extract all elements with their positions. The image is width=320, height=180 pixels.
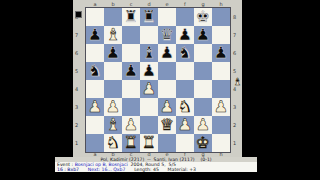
square-g7: ♟ xyxy=(194,26,212,44)
square-f5 xyxy=(176,62,194,80)
black-pawn: ♟ xyxy=(88,26,102,44)
white-knight: ♞ xyxy=(106,134,120,152)
square-b6: ♟ xyxy=(104,44,122,62)
white-knight: ♞ xyxy=(178,98,192,116)
square-a8 xyxy=(86,8,104,26)
coordinate-label: h xyxy=(212,0,230,8)
square-c4 xyxy=(122,80,140,98)
square-h7 xyxy=(212,26,230,44)
square-d2 xyxy=(140,116,158,134)
white-pawn: ♟ xyxy=(106,98,120,116)
square-d3 xyxy=(140,98,158,116)
text-segment: Material: +3 xyxy=(159,167,196,172)
square-e3: ♟ xyxy=(158,98,176,116)
black-to-move-indicator xyxy=(75,11,82,18)
coordinate-label: 6 xyxy=(232,44,243,62)
material-advantage-bishop-icon: ♝ xyxy=(233,76,242,88)
square-a4 xyxy=(86,80,104,98)
square-a5: ♞ xyxy=(86,62,104,80)
rank-labels-left: 87654321 xyxy=(74,8,85,152)
white-pawn: ♟ xyxy=(142,80,156,98)
square-c6 xyxy=(122,44,140,62)
square-e6: ♟ xyxy=(158,44,176,62)
square-g1: ♚ xyxy=(194,134,212,152)
text-segment: Next: 16... Qxb7 xyxy=(79,167,125,172)
white-pawn: ♟ xyxy=(88,98,102,116)
file-labels-top: abcdefgh xyxy=(86,0,230,8)
square-d1: ♜ xyxy=(140,134,158,152)
diagram-panel: abcdefgh abcdefgh 87654321 87654321 ♜♜♚♟… xyxy=(73,0,242,157)
black-pawn: ♟ xyxy=(124,62,138,80)
square-c5: ♟ xyxy=(122,62,140,80)
square-d6: ♝ xyxy=(140,44,158,62)
square-g8: ♚ xyxy=(194,8,212,26)
game-info-bar: Pol, Kadimir (2217) -- Santi, Ivan (2117… xyxy=(55,157,257,172)
square-e5 xyxy=(158,62,176,80)
square-h6: ♟ xyxy=(212,44,230,62)
white-queen: ♛ xyxy=(160,116,174,134)
coordinate-label: f xyxy=(176,0,194,8)
coordinate-label: 2 xyxy=(74,116,85,134)
square-b1: ♞ xyxy=(104,134,122,152)
video-frame: abcdefgh abcdefgh 87654321 87654321 ♜♜♚♟… xyxy=(0,0,320,180)
white-pawn: ♟ xyxy=(160,98,174,116)
square-a7: ♟ xyxy=(86,26,104,44)
square-f3: ♞ xyxy=(176,98,194,116)
square-g5 xyxy=(194,62,212,80)
square-b3: ♟ xyxy=(104,98,122,116)
square-f4 xyxy=(176,80,194,98)
black-pawn: ♟ xyxy=(106,44,120,62)
coordinate-label: 5 xyxy=(74,62,85,80)
square-g4 xyxy=(194,80,212,98)
coordinate-label: b xyxy=(104,0,122,8)
white-pawn: ♟ xyxy=(124,116,138,134)
move-line: 16 : Bxb7 Next: 16... Qxb7 Length: 45 Ma… xyxy=(57,167,257,172)
black-pawn: ♟ xyxy=(142,62,156,80)
black-rook: ♜ xyxy=(124,8,138,26)
black-knight: ♞ xyxy=(88,62,102,80)
square-h1 xyxy=(212,134,230,152)
square-b5 xyxy=(104,62,122,80)
square-e1 xyxy=(158,134,176,152)
black-king: ♚ xyxy=(196,8,210,26)
square-f7: ♟ xyxy=(176,26,194,44)
square-d7 xyxy=(140,26,158,44)
black-pawn: ♟ xyxy=(196,26,210,44)
square-f6: ♞ xyxy=(176,44,194,62)
square-e4 xyxy=(158,80,176,98)
text-segment: 16 : Bxb7 xyxy=(57,167,79,172)
square-h4 xyxy=(212,80,230,98)
square-g6 xyxy=(194,44,212,62)
coordinate-label: 3 xyxy=(232,98,243,116)
square-b8 xyxy=(104,8,122,26)
square-h2 xyxy=(212,116,230,134)
square-f2: ♟ xyxy=(176,116,194,134)
white-bishop: ♝ xyxy=(106,26,120,44)
square-d8: ♜ xyxy=(140,8,158,26)
square-a1 xyxy=(86,134,104,152)
coordinate-label: 2 xyxy=(232,116,243,134)
square-h5 xyxy=(212,62,230,80)
square-a2 xyxy=(86,116,104,134)
square-b7: ♝ xyxy=(104,26,122,44)
coordinate-label: a xyxy=(86,0,104,8)
black-queen: ♛ xyxy=(160,26,174,44)
square-e2: ♛ xyxy=(158,116,176,134)
square-c2: ♟ xyxy=(122,116,140,134)
black-pawn: ♟ xyxy=(160,44,174,62)
square-b4 xyxy=(104,80,122,98)
coordinate-label: 3 xyxy=(74,98,85,116)
square-c1: ♜ xyxy=(122,134,140,152)
white-king: ♚ xyxy=(196,134,210,152)
game-details-box: Event : Bosnjaci op B, Bosnjaci 2004, Ro… xyxy=(55,162,257,172)
square-b2: ♝ xyxy=(104,116,122,134)
square-a6 xyxy=(86,44,104,62)
square-e7: ♛ xyxy=(158,26,176,44)
square-c3 xyxy=(122,98,140,116)
coordinate-label: 6 xyxy=(74,44,85,62)
square-c7 xyxy=(122,26,140,44)
square-f8 xyxy=(176,8,194,26)
square-g3 xyxy=(194,98,212,116)
white-pawn: ♟ xyxy=(178,116,192,134)
coordinate-label: g xyxy=(194,0,212,8)
square-h8 xyxy=(212,8,230,26)
square-a3: ♟ xyxy=(86,98,104,116)
coordinate-label: 7 xyxy=(232,26,243,44)
square-c8: ♜ xyxy=(122,8,140,26)
black-pawn: ♟ xyxy=(178,26,192,44)
chess-board: ♜♜♚♟♝♛♟♟♟♝♟♞♟♞♟♟♟♟♟♟♞♟♝♟♛♟♟♞♜♜♚ xyxy=(86,8,230,152)
black-rook: ♜ xyxy=(142,8,156,26)
white-rook: ♜ xyxy=(142,134,156,152)
white-bishop: ♝ xyxy=(106,116,120,134)
square-d5: ♟ xyxy=(140,62,158,80)
coordinate-label: 1 xyxy=(74,134,85,152)
black-bishop: ♝ xyxy=(142,44,156,62)
square-h3: ♟ xyxy=(212,98,230,116)
black-knight: ♞ xyxy=(178,44,192,62)
white-pawn: ♟ xyxy=(214,98,228,116)
text-segment: Length: 45 xyxy=(125,167,158,172)
coordinate-label: e xyxy=(158,0,176,8)
coordinate-label: c xyxy=(122,0,140,8)
coordinate-label: 1 xyxy=(232,134,243,152)
coordinate-label: 7 xyxy=(74,26,85,44)
coordinate-label: d xyxy=(140,0,158,8)
square-g2: ♟ xyxy=(194,116,212,134)
white-rook: ♜ xyxy=(124,134,138,152)
white-pawn: ♟ xyxy=(196,116,210,134)
square-f1 xyxy=(176,134,194,152)
square-e8 xyxy=(158,8,176,26)
square-d4: ♟ xyxy=(140,80,158,98)
black-pawn: ♟ xyxy=(214,44,228,62)
coordinate-label: 8 xyxy=(232,8,243,26)
coordinate-label: 4 xyxy=(74,80,85,98)
